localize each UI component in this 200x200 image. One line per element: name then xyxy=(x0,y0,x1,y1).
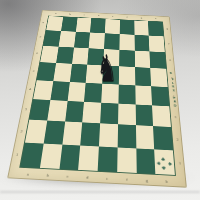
square-f7[interactable] xyxy=(119,34,134,50)
photo-scene: abcdefgh abcdefgh 87654321 87654321 ♣ FL… xyxy=(0,0,200,200)
file-label: b xyxy=(37,169,58,181)
square-g6[interactable] xyxy=(134,51,150,68)
square-g5[interactable] xyxy=(135,67,152,86)
square-f3[interactable] xyxy=(118,104,136,126)
rank-label: 8 xyxy=(163,22,172,37)
file-label: h xyxy=(156,175,177,187)
board-play-area: ♣♣♣♣ xyxy=(19,16,176,176)
square-f8[interactable] xyxy=(120,20,135,35)
square-g4[interactable] xyxy=(135,85,152,105)
square-h3[interactable] xyxy=(152,105,171,127)
square-d1[interactable] xyxy=(78,145,99,171)
square-c6[interactable] xyxy=(72,47,89,64)
square-c2[interactable] xyxy=(62,122,82,146)
black-knight[interactable]: ♞ xyxy=(96,50,118,88)
square-d2[interactable] xyxy=(80,123,100,147)
square-h7[interactable] xyxy=(149,36,165,52)
file-label: d xyxy=(77,171,98,183)
square-f5[interactable] xyxy=(119,66,135,85)
square-f2[interactable] xyxy=(117,124,135,148)
board-grid xyxy=(20,16,175,175)
square-f4[interactable] xyxy=(118,84,135,104)
square-e8[interactable] xyxy=(105,19,120,34)
square-g1[interactable] xyxy=(136,148,156,174)
square-c1[interactable] xyxy=(59,144,80,170)
square-g3[interactable] xyxy=(135,104,153,126)
square-c4[interactable] xyxy=(67,82,86,102)
club-icon: ♣ xyxy=(167,162,173,166)
rank-label: 6 xyxy=(166,52,175,69)
square-e2[interactable] xyxy=(99,124,118,148)
square-h4[interactable] xyxy=(151,86,169,106)
square-g7[interactable] xyxy=(134,35,149,51)
square-c5[interactable] xyxy=(70,64,88,83)
square-c7[interactable] xyxy=(74,32,91,48)
club-icon: ♣ xyxy=(156,161,162,165)
square-e1[interactable] xyxy=(98,146,118,172)
club-icon: ♣ xyxy=(161,157,165,162)
square-h8[interactable] xyxy=(148,21,163,36)
square-e3[interactable] xyxy=(100,103,118,125)
square-h6[interactable] xyxy=(150,51,167,68)
square-g2[interactable] xyxy=(136,125,155,149)
square-d3[interactable] xyxy=(82,102,101,124)
chess-board: abcdefgh abcdefgh 87654321 87654321 ♣ FL… xyxy=(7,10,187,188)
file-label: e xyxy=(97,172,117,184)
square-d8[interactable] xyxy=(90,18,105,33)
file-label: f xyxy=(117,173,137,185)
square-c8[interactable] xyxy=(75,18,91,33)
square-g8[interactable] xyxy=(134,21,149,36)
file-label: c xyxy=(57,170,78,182)
brand-logo: ♣♣♣♣ xyxy=(156,156,172,171)
file-label: a xyxy=(17,168,39,180)
rank-label: 7 xyxy=(164,36,173,52)
cloth-crease xyxy=(0,191,200,193)
square-h5[interactable] xyxy=(150,68,167,87)
file-label: g xyxy=(137,174,157,186)
square-f1[interactable] xyxy=(117,147,136,173)
club-icon: ♣ xyxy=(162,165,166,171)
square-h2[interactable] xyxy=(153,126,173,150)
square-c3[interactable] xyxy=(65,101,85,123)
brand-mark-icon: ♣ xyxy=(167,71,175,74)
square-f6[interactable] xyxy=(119,50,135,67)
